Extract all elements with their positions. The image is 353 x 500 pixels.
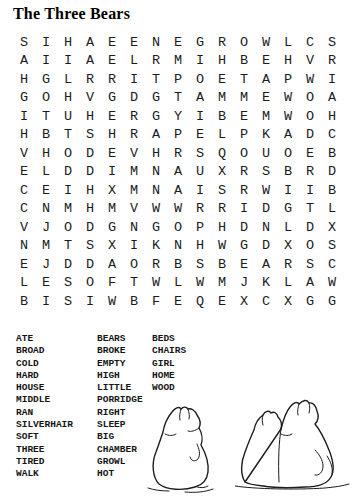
grid-cell[interactable]: R xyxy=(233,181,255,200)
grid-cell[interactable]: R xyxy=(145,52,167,71)
grid-cell[interactable]: H xyxy=(79,200,101,219)
grid-cell[interactable]: H xyxy=(79,181,101,200)
grid-cell[interactable]: Q xyxy=(189,292,211,311)
grid-cell[interactable]: S xyxy=(321,33,343,52)
grid-cell[interactable]: S xyxy=(299,255,321,274)
word-item: THREE xyxy=(16,444,73,456)
grid-cell[interactable]: T xyxy=(167,89,189,108)
grid-cell[interactable]: J xyxy=(35,218,57,237)
grid-cell[interactable]: D xyxy=(299,126,321,145)
grid-cell[interactable]: H xyxy=(189,237,211,256)
grid-cell[interactable]: W xyxy=(277,107,299,126)
grid-cell[interactable]: Y xyxy=(167,107,189,126)
grid-cell[interactable]: P xyxy=(277,70,299,89)
grid-cell[interactable]: N xyxy=(123,218,145,237)
grid-cell[interactable]: E xyxy=(255,89,277,108)
grid-cell[interactable]: A xyxy=(13,52,35,71)
grid-cell[interactable]: E xyxy=(123,33,145,52)
grid-cell[interactable]: E xyxy=(189,126,211,145)
grid-cell[interactable]: F xyxy=(101,274,123,293)
grid-cell[interactable]: V xyxy=(79,89,101,108)
grid-cell[interactable]: I xyxy=(299,181,321,200)
grid-cell[interactable]: A xyxy=(299,274,321,293)
page-title: The Three Bears xyxy=(13,5,130,23)
grid-cell[interactable]: H xyxy=(321,107,343,126)
grid-cell[interactable]: L xyxy=(277,218,299,237)
grid-cell[interactable]: L xyxy=(167,274,189,293)
grid-cell[interactable]: R xyxy=(277,255,299,274)
grid-cell[interactable]: H xyxy=(145,144,167,163)
grid-cell[interactable]: U xyxy=(57,107,79,126)
grid-cell[interactable]: R xyxy=(167,144,189,163)
grid-cell[interactable]: E xyxy=(211,70,233,89)
grid-cell[interactable]: W xyxy=(299,70,321,89)
word-item: HIGH xyxy=(97,370,143,382)
grid-cell[interactable]: S xyxy=(255,163,277,182)
grid-cell[interactable]: V xyxy=(299,52,321,71)
grid-cell[interactable]: C xyxy=(13,181,35,200)
grid-cell[interactable]: N xyxy=(35,200,57,219)
grid-cell[interactable]: G xyxy=(35,70,57,89)
grid-cell[interactable]: M xyxy=(57,200,79,219)
grid-cell[interactable]: I xyxy=(79,292,101,311)
grid-cell[interactable]: A xyxy=(145,126,167,145)
grid-cell[interactable]: V xyxy=(123,144,145,163)
grid-cell[interactable]: W xyxy=(101,292,123,311)
word-item: CHAIRS xyxy=(152,345,186,357)
grid-cell[interactable]: D xyxy=(79,144,101,163)
grid-cell[interactable]: N xyxy=(13,237,35,256)
grid-cell[interactable]: L xyxy=(277,274,299,293)
grid-cell[interactable]: A xyxy=(167,163,189,182)
grid-cell[interactable]: B xyxy=(211,107,233,126)
grid-cell[interactable]: G xyxy=(101,89,123,108)
word-item: TIRED xyxy=(16,456,73,468)
grid-cell[interactable]: B xyxy=(123,292,145,311)
grid-cell[interactable]: L xyxy=(123,52,145,71)
grid-cell[interactable]: T xyxy=(145,70,167,89)
grid-cell[interactable]: H xyxy=(101,126,123,145)
grid-cell[interactable]: A xyxy=(79,52,101,71)
grid-cell[interactable]: D xyxy=(321,163,343,182)
word-item: MIDDLE xyxy=(16,394,73,406)
grid-cell[interactable]: V xyxy=(13,144,35,163)
grid-cell[interactable]: E xyxy=(255,52,277,71)
grid-cell[interactable]: C xyxy=(13,200,35,219)
grid-cell[interactable]: M xyxy=(123,163,145,182)
word-item: GIRL xyxy=(152,358,186,370)
grid-cell[interactable]: B xyxy=(211,255,233,274)
grid-cell[interactable]: K xyxy=(255,126,277,145)
grid-cell[interactable]: I xyxy=(57,52,79,71)
word-item: SILVERHAIR xyxy=(16,419,73,431)
grid-cell[interactable]: W xyxy=(255,181,277,200)
grid-cell[interactable]: D xyxy=(79,218,101,237)
grid-cell[interactable]: E xyxy=(35,274,57,293)
grid-cell[interactable]: G xyxy=(277,200,299,219)
word-search-grid: SIHAEENEGROWLCSAIIAELRMIHBEHVRHGLRRITPOE… xyxy=(13,33,343,311)
grid-cell[interactable]: R xyxy=(211,33,233,52)
grid-cell[interactable]: E xyxy=(233,107,255,126)
grid-cell[interactable]: N xyxy=(145,33,167,52)
grid-cell[interactable]: H xyxy=(211,52,233,71)
grid-cell[interactable]: I xyxy=(35,33,57,52)
grid-cell[interactable]: E xyxy=(101,52,123,71)
grid-cell[interactable]: X xyxy=(233,292,255,311)
grid-cell[interactable]: B xyxy=(13,292,35,311)
grid-cell[interactable]: L xyxy=(35,163,57,182)
bears-illustration xyxy=(145,392,353,498)
grid-cell[interactable]: O xyxy=(299,89,321,108)
grid-cell[interactable]: Q xyxy=(211,144,233,163)
grid-cell[interactable]: R xyxy=(101,70,123,89)
grid-cell[interactable]: C xyxy=(255,292,277,311)
grid-cell[interactable]: M xyxy=(211,274,233,293)
grid-cell[interactable]: P xyxy=(167,70,189,89)
grid-cell[interactable]: T xyxy=(233,70,255,89)
word-item: RAN xyxy=(16,407,73,419)
grid-cell[interactable]: P xyxy=(233,126,255,145)
grid-cell[interactable]: H xyxy=(211,218,233,237)
grid-cell[interactable]: B xyxy=(233,52,255,71)
grid-cell[interactable]: H xyxy=(57,33,79,52)
grid-cell[interactable]: I xyxy=(189,52,211,71)
grid-cell[interactable]: B xyxy=(321,181,343,200)
grid-cell[interactable]: U xyxy=(255,144,277,163)
grid-cell[interactable]: W xyxy=(255,33,277,52)
grid-cell[interactable]: G xyxy=(145,218,167,237)
grid-cell[interactable]: C xyxy=(299,33,321,52)
grid-cell[interactable]: G xyxy=(101,218,123,237)
grid-cell[interactable]: G xyxy=(189,33,211,52)
grid-cell[interactable]: B xyxy=(35,126,57,145)
grid-cell[interactable]: B xyxy=(277,163,299,182)
grid-cell[interactable]: L xyxy=(57,70,79,89)
word-item: CHAMBER xyxy=(97,444,143,456)
grid-cell[interactable]: M xyxy=(167,52,189,71)
grid-cell[interactable]: E xyxy=(299,144,321,163)
grid-cell[interactable]: C xyxy=(321,255,343,274)
grid-cell[interactable]: H xyxy=(57,89,79,108)
grid-cell[interactable]: X xyxy=(101,237,123,256)
grid-cell[interactable]: X xyxy=(321,218,343,237)
word-item: BROKE xyxy=(97,345,143,357)
grid-cell[interactable]: E xyxy=(101,33,123,52)
grid-cell[interactable]: W xyxy=(211,237,233,256)
grid-cell[interactable]: W xyxy=(321,274,343,293)
grid-cell[interactable]: A xyxy=(167,181,189,200)
grid-cell[interactable]: O xyxy=(167,218,189,237)
grid-cell[interactable]: L xyxy=(277,33,299,52)
grid-cell[interactable]: E xyxy=(35,181,57,200)
grid-cell[interactable]: R xyxy=(79,70,101,89)
grid-cell[interactable]: N xyxy=(167,237,189,256)
grid-cell[interactable]: O xyxy=(189,70,211,89)
grid-cell[interactable]: N xyxy=(145,163,167,182)
grid-cell[interactable]: O xyxy=(299,237,321,256)
grid-cell[interactable]: T xyxy=(299,200,321,219)
grid-cell[interactable]: M xyxy=(123,181,145,200)
bear-pair-sketch xyxy=(235,394,353,496)
grid-cell[interactable]: R xyxy=(189,200,211,219)
grid-cell[interactable]: S xyxy=(189,255,211,274)
grid-cell[interactable]: E xyxy=(167,292,189,311)
grid-cell[interactable]: O xyxy=(277,144,299,163)
grid-cell[interactable]: G xyxy=(145,107,167,126)
grid-cell[interactable]: T xyxy=(57,126,79,145)
grid-cell[interactable]: S xyxy=(79,126,101,145)
grid-cell[interactable]: D xyxy=(255,200,277,219)
grid-cell[interactable]: L xyxy=(13,274,35,293)
word-item: GROWL xyxy=(97,456,143,468)
word-item: EMPTY xyxy=(97,358,143,370)
grid-cell[interactable]: O xyxy=(35,89,57,108)
word-item: WALK xyxy=(16,468,73,480)
grid-cell[interactable]: D xyxy=(123,89,145,108)
grid-cell[interactable]: D xyxy=(255,237,277,256)
grid-cell[interactable]: O xyxy=(233,144,255,163)
grid-cell[interactable]: P xyxy=(189,218,211,237)
grid-cell[interactable]: C xyxy=(321,126,343,145)
grid-cell[interactable]: K xyxy=(145,237,167,256)
grid-cell[interactable]: L xyxy=(211,126,233,145)
grid-cell[interactable]: I xyxy=(101,163,123,182)
grid-cell[interactable]: V xyxy=(123,200,145,219)
grid-cell[interactable]: B xyxy=(167,255,189,274)
grid-cell[interactable]: S xyxy=(321,237,343,256)
word-item: PORRIDGE xyxy=(97,394,143,406)
word-item: LITTLE xyxy=(97,382,143,394)
grid-cell[interactable]: S xyxy=(211,181,233,200)
grid-cell[interactable]: I xyxy=(321,70,343,89)
grid-cell[interactable]: E xyxy=(13,255,35,274)
grid-cell[interactable]: G xyxy=(13,89,35,108)
word-item: HARD xyxy=(16,370,73,382)
word-item: HOUSE xyxy=(16,382,73,394)
grid-cell[interactable]: J xyxy=(35,255,57,274)
grid-cell[interactable]: O xyxy=(79,274,101,293)
grid-cell[interactable]: W xyxy=(167,200,189,219)
grid-cell[interactable]: G xyxy=(145,89,167,108)
grid-cell[interactable]: H xyxy=(277,52,299,71)
grid-cell[interactable]: E xyxy=(13,163,35,182)
grid-cell[interactable]: H xyxy=(35,144,57,163)
grid-cell[interactable]: D xyxy=(299,218,321,237)
grid-cell[interactable]: T xyxy=(123,274,145,293)
grid-cell[interactable]: D xyxy=(57,255,79,274)
grid-cell[interactable]: R xyxy=(299,163,321,182)
grid-cell[interactable]: X xyxy=(277,292,299,311)
grid-cell[interactable]: E xyxy=(211,292,233,311)
grid-cell[interactable]: J xyxy=(233,274,255,293)
grid-cell[interactable]: K xyxy=(255,274,277,293)
grid-cell[interactable]: R xyxy=(321,52,343,71)
grid-cell[interactable]: I xyxy=(233,200,255,219)
word-item: ATE xyxy=(16,333,73,345)
grid-cell[interactable]: W xyxy=(277,89,299,108)
grid-cell[interactable]: E xyxy=(101,107,123,126)
word-item: SOFT xyxy=(16,431,73,443)
grid-cell[interactable]: M xyxy=(35,237,57,256)
grid-cell[interactable]: R xyxy=(233,163,255,182)
grid-cell[interactable]: T xyxy=(35,107,57,126)
word-column-2: BEARSBROKEEMPTYHIGHLITTLEPORRIDGERIGHTSL… xyxy=(97,333,143,481)
grid-cell[interactable]: A xyxy=(101,255,123,274)
grid-cell[interactable]: R xyxy=(211,200,233,219)
word-item: RIGHT xyxy=(97,407,143,419)
grid-cell[interactable]: M xyxy=(233,89,255,108)
grid-cell[interactable]: G xyxy=(321,292,343,311)
word-item: SLEEP xyxy=(97,419,143,431)
grid-cell[interactable]: M xyxy=(255,107,277,126)
grid-cell[interactable]: E xyxy=(233,255,255,274)
grid-cell[interactable]: E xyxy=(101,144,123,163)
grid-cell[interactable]: R xyxy=(123,107,145,126)
grid-cell[interactable]: O xyxy=(299,107,321,126)
grid-cell[interactable]: I xyxy=(123,237,145,256)
grid-cell[interactable]: E xyxy=(167,33,189,52)
grid-cell[interactable]: V xyxy=(13,218,35,237)
word-item: BEDS xyxy=(152,333,186,345)
grid-cell[interactable]: I xyxy=(189,107,211,126)
grid-cell[interactable]: S xyxy=(79,237,101,256)
grid-cell[interactable]: D xyxy=(79,255,101,274)
grid-cell[interactable]: X xyxy=(211,163,233,182)
grid-cell[interactable]: A xyxy=(255,70,277,89)
grid-cell[interactable]: S xyxy=(13,33,35,52)
grid-cell[interactable]: W xyxy=(145,200,167,219)
grid-cell[interactable]: A xyxy=(189,89,211,108)
grid-cell[interactable]: O xyxy=(233,33,255,52)
worksheet-page: { "game": "word-search", "title": "The T… xyxy=(0,0,353,500)
grid-cell[interactable]: I xyxy=(189,181,211,200)
grid-cell[interactable]: S xyxy=(57,274,79,293)
grid-cell[interactable]: I xyxy=(35,52,57,71)
grid-cell[interactable]: N xyxy=(255,218,277,237)
grid-cell[interactable]: W xyxy=(189,274,211,293)
grid-cell[interactable]: M xyxy=(211,89,233,108)
grid-cell[interactable]: L xyxy=(321,200,343,219)
grid-cell[interactable]: U xyxy=(189,163,211,182)
grid-cell[interactable]: I xyxy=(277,181,299,200)
grid-cell[interactable]: R xyxy=(123,126,145,145)
grid-cell[interactable]: D xyxy=(233,218,255,237)
grid-cell[interactable]: D xyxy=(79,163,101,182)
grid-cell[interactable]: I xyxy=(13,107,35,126)
word-item: HOME xyxy=(152,370,186,382)
grid-cell[interactable]: I xyxy=(57,181,79,200)
grid-cell[interactable]: A xyxy=(255,255,277,274)
grid-cell[interactable]: O xyxy=(57,144,79,163)
grid-cell[interactable]: N xyxy=(145,181,167,200)
grid-cell[interactable]: H xyxy=(13,70,35,89)
grid-cell[interactable]: A xyxy=(277,126,299,145)
grid-cell[interactable]: X xyxy=(101,181,123,200)
grid-cell[interactable]: F xyxy=(145,292,167,311)
grid-cell[interactable]: S xyxy=(189,144,211,163)
grid-cell[interactable]: M xyxy=(101,200,123,219)
word-item: BIG xyxy=(97,431,143,443)
word-item: BROAD xyxy=(16,345,73,357)
grid-cell[interactable]: W xyxy=(145,274,167,293)
grid-cell[interactable]: O xyxy=(123,255,145,274)
grid-cell[interactable]: R xyxy=(145,255,167,274)
grid-cell[interactable]: G xyxy=(233,237,255,256)
grid-cell[interactable]: D xyxy=(57,163,79,182)
grid-cell[interactable]: I xyxy=(123,70,145,89)
grid-cell[interactable]: I xyxy=(35,292,57,311)
word-column-1: ATEBROADCOLDHARDHOUSEMIDDLERANSILVERHAIR… xyxy=(16,333,73,481)
word-column-3: BEDSCHAIRSGIRLHOMEWOOD xyxy=(152,333,186,394)
grid-cell[interactable]: A xyxy=(79,33,101,52)
grid-cell[interactable]: B xyxy=(321,144,343,163)
grid-cell[interactable]: G xyxy=(299,292,321,311)
word-item: COLD xyxy=(16,358,73,370)
grid-cell[interactable]: X xyxy=(277,237,299,256)
grid-cell[interactable]: H xyxy=(79,107,101,126)
word-item: BEARS xyxy=(97,333,143,345)
single-bear-sketch xyxy=(145,400,229,496)
grid-cell[interactable]: T xyxy=(57,237,79,256)
grid-cell[interactable]: H xyxy=(13,126,35,145)
grid-cell[interactable]: O xyxy=(57,218,79,237)
word-item: HOT xyxy=(97,468,143,480)
grid-cell[interactable]: S xyxy=(57,292,79,311)
grid-cell[interactable]: A xyxy=(321,89,343,108)
grid-cell[interactable]: P xyxy=(167,126,189,145)
